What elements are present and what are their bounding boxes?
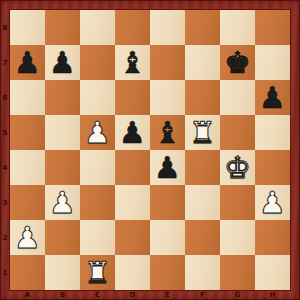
rank-label-6: 6 xyxy=(0,80,10,115)
black-bishop[interactable]: ♝ xyxy=(150,115,185,150)
square-a3[interactable] xyxy=(10,185,45,220)
square-c1[interactable]: ♜ xyxy=(80,255,115,290)
square-d4[interactable] xyxy=(115,150,150,185)
square-a1[interactable] xyxy=(10,255,45,290)
square-e8[interactable] xyxy=(150,10,185,45)
square-d6[interactable] xyxy=(115,80,150,115)
square-a4[interactable] xyxy=(10,150,45,185)
black-pawn[interactable]: ♟ xyxy=(115,115,150,150)
square-e1[interactable] xyxy=(150,255,185,290)
square-a8[interactable] xyxy=(10,10,45,45)
file-label-e: E xyxy=(150,290,185,300)
square-e3[interactable] xyxy=(150,185,185,220)
square-f2[interactable] xyxy=(185,220,220,255)
file-label-a: A xyxy=(10,290,45,300)
file-label-b: B xyxy=(45,290,80,300)
square-e7[interactable] xyxy=(150,45,185,80)
black-king[interactable]: ♚ xyxy=(220,45,255,80)
black-pawn[interactable]: ♟ xyxy=(150,150,185,185)
rank-label-1: 1 xyxy=(0,255,10,290)
white-rook[interactable]: ♜ xyxy=(80,255,115,290)
square-d2[interactable] xyxy=(115,220,150,255)
square-f4[interactable] xyxy=(185,150,220,185)
white-pawn[interactable]: ♟ xyxy=(255,185,290,220)
square-h1[interactable] xyxy=(255,255,290,290)
square-d7[interactable]: ♝ xyxy=(115,45,150,80)
square-a7[interactable]: ♟ xyxy=(10,45,45,80)
square-h3[interactable]: ♟ xyxy=(255,185,290,220)
square-d5[interactable]: ♟ xyxy=(115,115,150,150)
square-g2[interactable] xyxy=(220,220,255,255)
square-b2[interactable] xyxy=(45,220,80,255)
square-d8[interactable] xyxy=(115,10,150,45)
square-b8[interactable] xyxy=(45,10,80,45)
square-b7[interactable]: ♟ xyxy=(45,45,80,80)
square-c5[interactable]: ♟ xyxy=(80,115,115,150)
black-bishop[interactable]: ♝ xyxy=(115,45,150,80)
white-pawn[interactable]: ♟ xyxy=(80,115,115,150)
square-h7[interactable] xyxy=(255,45,290,80)
square-e5[interactable]: ♝ xyxy=(150,115,185,150)
square-f1[interactable] xyxy=(185,255,220,290)
square-a6[interactable] xyxy=(10,80,45,115)
square-g1[interactable] xyxy=(220,255,255,290)
square-c7[interactable] xyxy=(80,45,115,80)
black-pawn[interactable]: ♟ xyxy=(45,45,80,80)
square-d1[interactable] xyxy=(115,255,150,290)
square-e2[interactable] xyxy=(150,220,185,255)
square-h5[interactable] xyxy=(255,115,290,150)
white-pawn[interactable]: ♟ xyxy=(10,220,45,255)
square-g8[interactable] xyxy=(220,10,255,45)
square-f7[interactable] xyxy=(185,45,220,80)
square-h2[interactable] xyxy=(255,220,290,255)
file-label-h: H xyxy=(255,290,290,300)
file-label-f: F xyxy=(185,290,220,300)
square-c8[interactable] xyxy=(80,10,115,45)
square-b5[interactable] xyxy=(45,115,80,150)
rank-label-5: 5 xyxy=(0,115,10,150)
rank-label-8: 8 xyxy=(0,10,10,45)
square-g3[interactable] xyxy=(220,185,255,220)
square-c6[interactable] xyxy=(80,80,115,115)
square-b6[interactable] xyxy=(45,80,80,115)
square-h6[interactable]: ♟ xyxy=(255,80,290,115)
square-g4[interactable]: ♚ xyxy=(220,150,255,185)
rank-label-3: 3 xyxy=(0,185,10,220)
square-f6[interactable] xyxy=(185,80,220,115)
white-rook[interactable]: ♜ xyxy=(185,115,220,150)
square-b3[interactable]: ♟ xyxy=(45,185,80,220)
square-f3[interactable] xyxy=(185,185,220,220)
square-c4[interactable] xyxy=(80,150,115,185)
square-h4[interactable] xyxy=(255,150,290,185)
file-label-g: G xyxy=(220,290,255,300)
square-a5[interactable] xyxy=(10,115,45,150)
white-king[interactable]: ♚ xyxy=(220,150,255,185)
rank-label-4: 4 xyxy=(0,150,10,185)
square-e4[interactable]: ♟ xyxy=(150,150,185,185)
square-c2[interactable] xyxy=(80,220,115,255)
square-f5[interactable]: ♜ xyxy=(185,115,220,150)
square-g7[interactable]: ♚ xyxy=(220,45,255,80)
square-g6[interactable] xyxy=(220,80,255,115)
square-g5[interactable] xyxy=(220,115,255,150)
file-label-c: C xyxy=(80,290,115,300)
file-label-d: D xyxy=(115,290,150,300)
square-e6[interactable] xyxy=(150,80,185,115)
chess-board-frame: ♟♟♝♚♟♟♟♝♜♟♚♟♟♟♜ 87654321ABCDEFGH xyxy=(0,0,300,300)
square-h8[interactable] xyxy=(255,10,290,45)
black-pawn[interactable]: ♟ xyxy=(255,80,290,115)
square-d3[interactable] xyxy=(115,185,150,220)
white-pawn[interactable]: ♟ xyxy=(45,185,80,220)
square-c3[interactable] xyxy=(80,185,115,220)
square-f8[interactable] xyxy=(185,10,220,45)
chess-board: ♟♟♝♚♟♟♟♝♜♟♚♟♟♟♜ xyxy=(10,10,290,290)
square-b1[interactable] xyxy=(45,255,80,290)
square-a2[interactable]: ♟ xyxy=(10,220,45,255)
rank-label-7: 7 xyxy=(0,45,10,80)
square-b4[interactable] xyxy=(45,150,80,185)
black-pawn[interactable]: ♟ xyxy=(10,45,45,80)
rank-label-2: 2 xyxy=(0,220,10,255)
